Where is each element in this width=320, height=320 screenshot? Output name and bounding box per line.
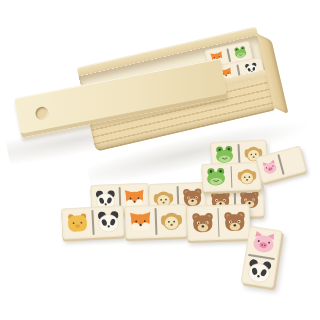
pig-face-icon <box>248 226 279 258</box>
frog-face-icon <box>202 166 231 189</box>
fox-face-icon <box>125 209 156 235</box>
blank-half <box>280 150 306 172</box>
lid-finger-hole-icon <box>34 106 49 121</box>
dog-face-icon <box>156 208 187 234</box>
hamster-face-icon <box>61 210 92 237</box>
domino-tile[interactable] <box>124 204 187 239</box>
domino-tile[interactable] <box>202 162 262 192</box>
bear-face-icon <box>187 210 219 237</box>
product-photo-scene <box>0 0 320 320</box>
panda-face-icon <box>93 208 124 235</box>
domino-tile[interactable] <box>61 205 125 239</box>
dog-face-icon <box>232 165 261 188</box>
panda-face-icon <box>244 256 275 288</box>
bear-face-icon <box>219 209 251 236</box>
domino-tile[interactable] <box>186 204 250 241</box>
